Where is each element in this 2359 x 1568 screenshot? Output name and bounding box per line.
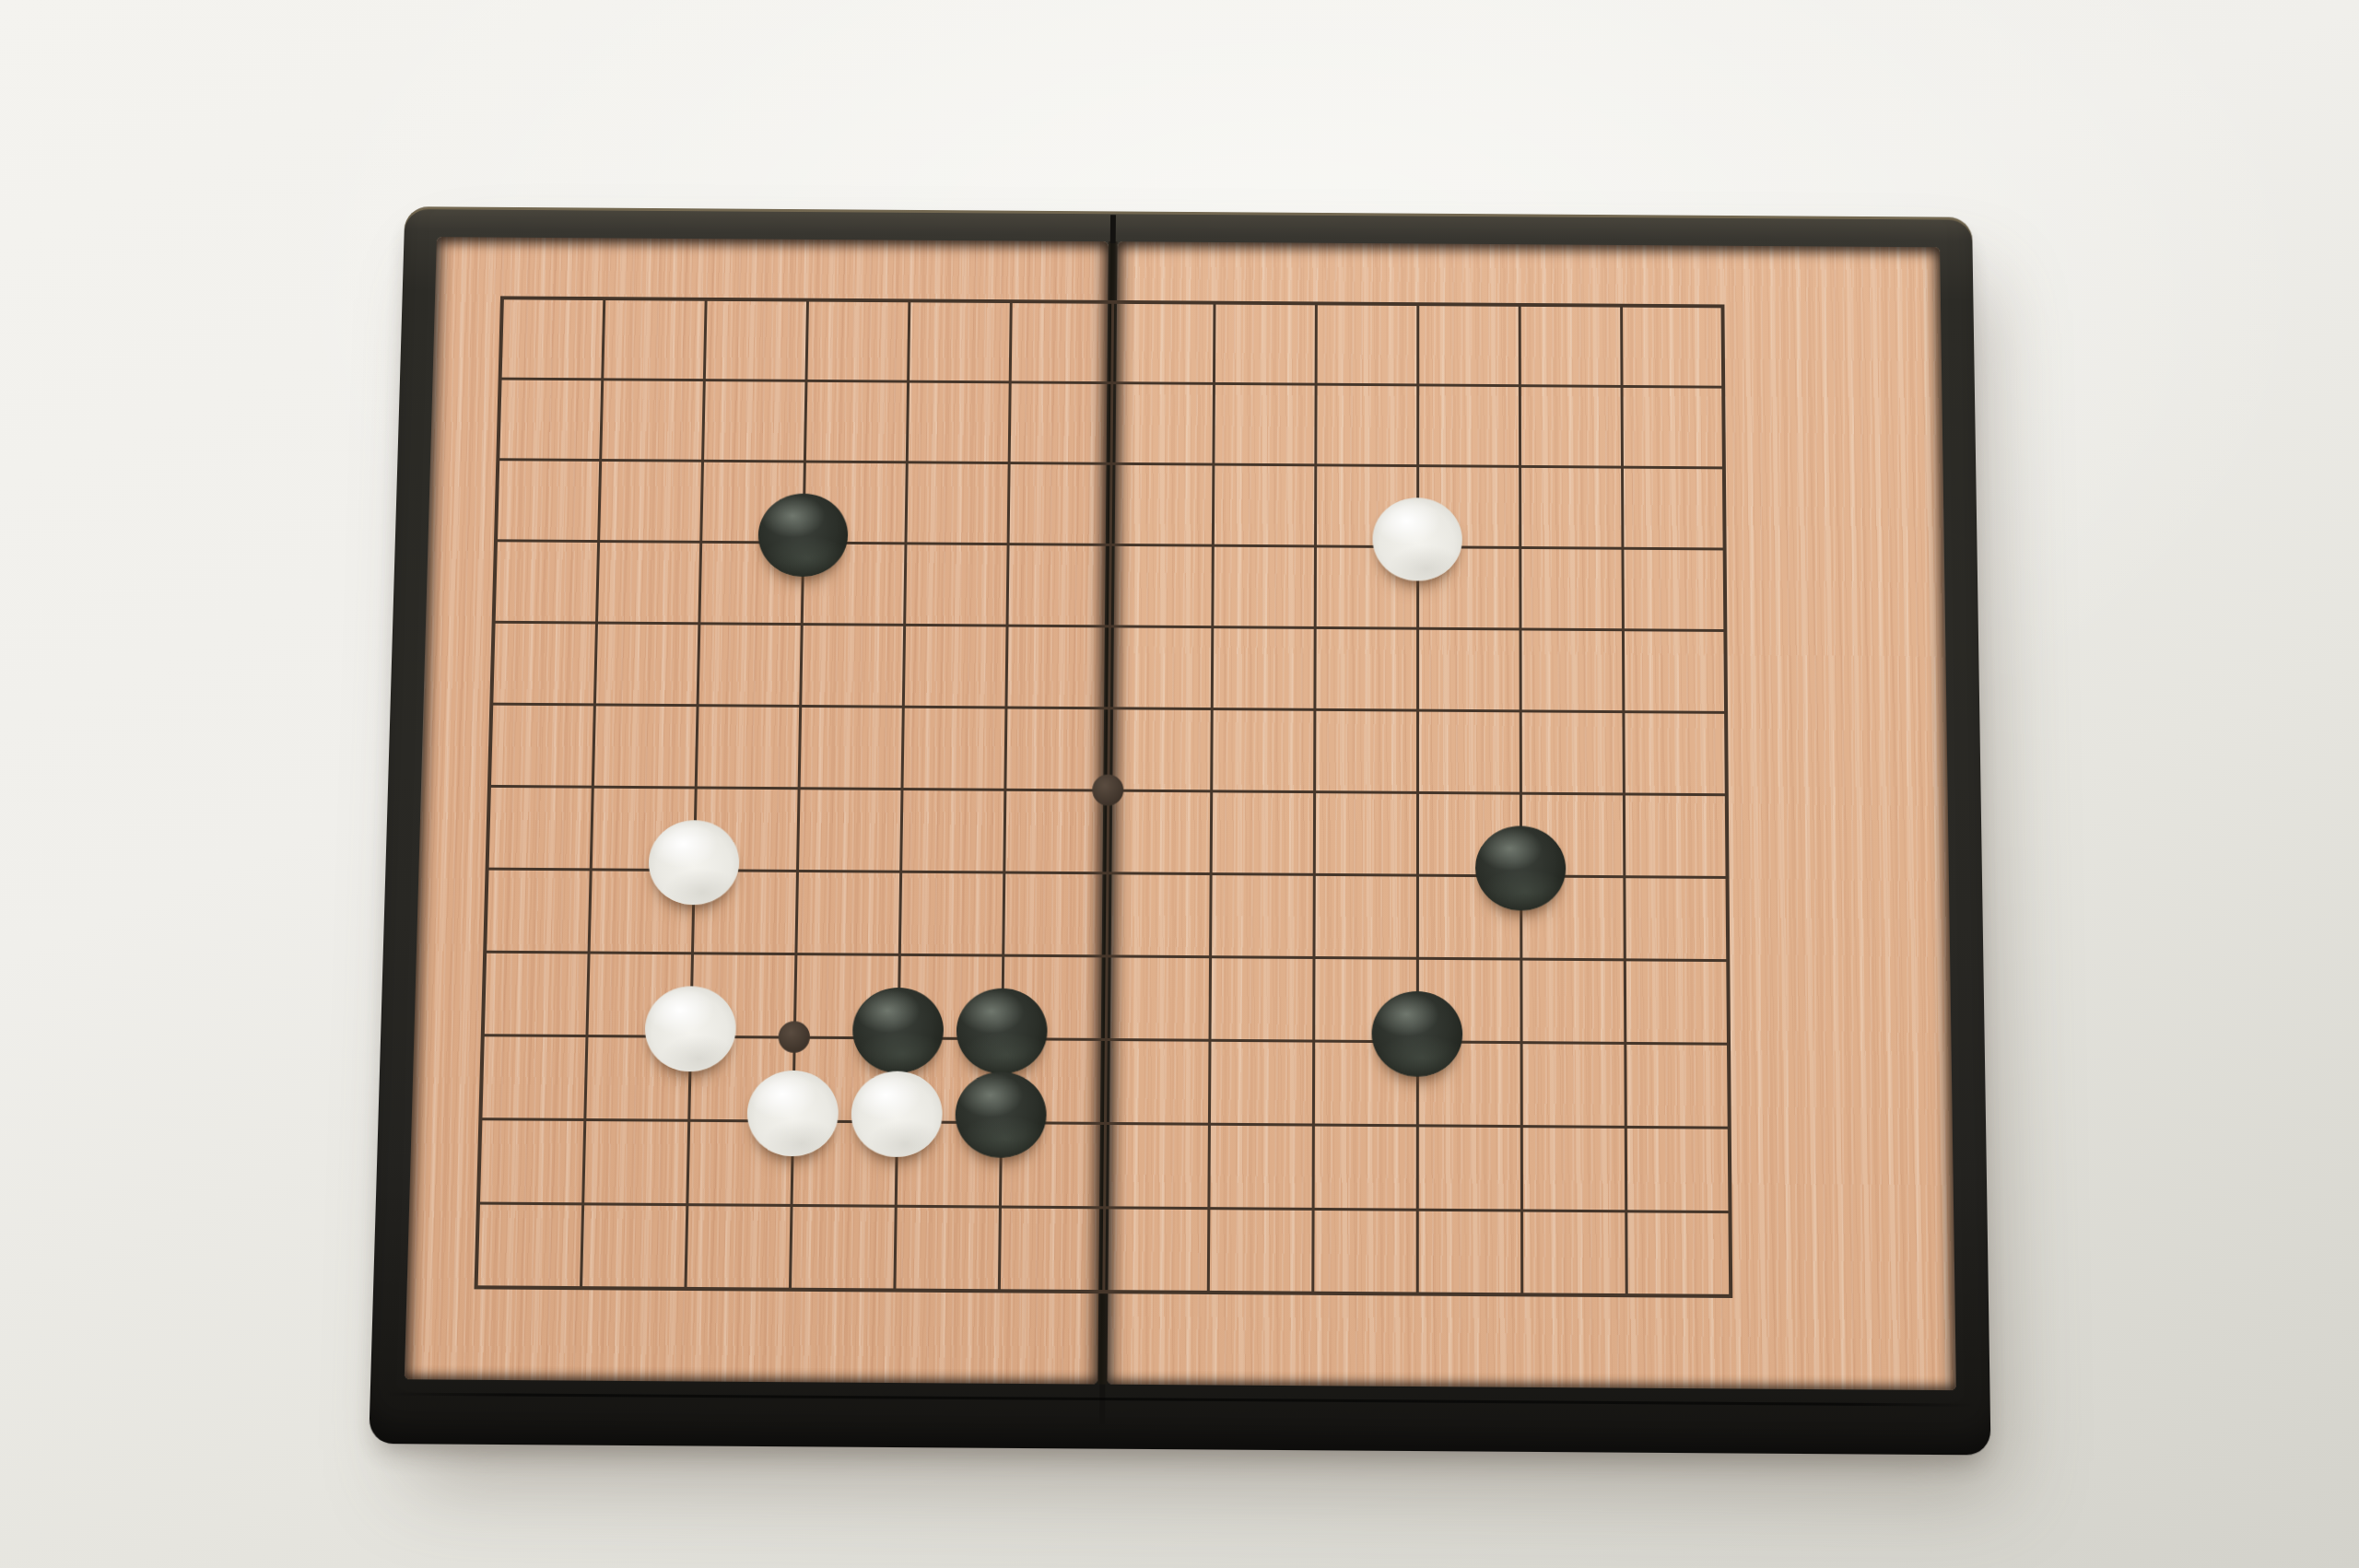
white-stone (1372, 497, 1461, 581)
black-stone (852, 988, 945, 1073)
black-stone (1475, 825, 1566, 911)
white-stone (851, 1071, 943, 1157)
white-stone (746, 1071, 839, 1157)
white-stone (644, 986, 736, 1071)
go-board (369, 206, 1990, 1455)
stone-layer (369, 206, 1990, 1455)
black-stone (1372, 991, 1463, 1077)
black-stone (955, 1071, 1047, 1158)
black-stone (757, 493, 849, 577)
board-frame (369, 206, 1990, 1455)
black-stone (956, 988, 1048, 1073)
photo-background (0, 0, 2359, 1568)
white-stone (648, 820, 740, 906)
